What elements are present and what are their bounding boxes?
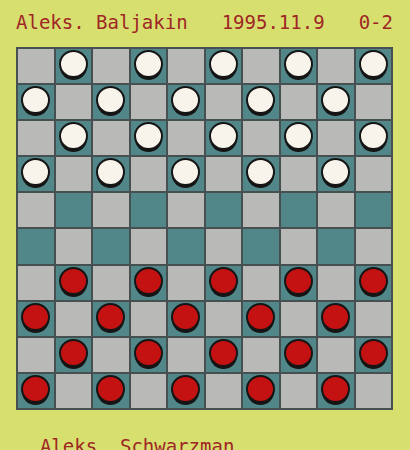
square-r9c1[interactable] [18,338,54,372]
square-r5c3[interactable] [93,193,129,227]
square-r6c3[interactable] [93,229,129,263]
red-piece[interactable] [96,303,125,331]
square-r1c6[interactable] [206,49,242,83]
white-piece[interactable] [246,86,275,114]
square-r6c4[interactable] [131,229,167,263]
white-piece[interactable] [284,122,313,150]
square-r9c3[interactable] [93,338,129,372]
square-r7c7[interactable] [243,266,279,300]
white-piece[interactable] [321,158,350,186]
square-r10c1[interactable] [18,374,54,408]
red-piece[interactable] [321,375,350,403]
square-r4c7[interactable] [243,157,279,191]
square-r1c9[interactable] [318,49,354,83]
square-r4c2[interactable] [56,157,92,191]
square-r1c8[interactable] [281,49,317,83]
red-piece[interactable] [59,267,88,295]
square-r2c1[interactable] [18,85,54,119]
white-piece[interactable] [134,50,163,78]
white-piece[interactable] [284,50,313,78]
square-r10c4[interactable] [131,374,167,408]
square-r1c1[interactable] [18,49,54,83]
square-r5c5[interactable] [168,193,204,227]
square-r4c8[interactable] [281,157,317,191]
white-piece[interactable] [134,122,163,150]
square-r3c9[interactable] [318,121,354,155]
red-piece[interactable] [246,303,275,331]
red-piece[interactable] [134,339,163,367]
square-r3c4[interactable] [131,121,167,155]
square-r6c9[interactable] [318,229,354,263]
square-r5c2[interactable] [56,193,92,227]
square-r10c6[interactable] [206,374,242,408]
red-piece[interactable] [59,339,88,367]
square-r4c5[interactable] [168,157,204,191]
red-piece[interactable] [284,339,313,367]
square-r5c10[interactable] [356,193,392,227]
square-r1c7[interactable] [243,49,279,83]
white-piece[interactable] [171,86,200,114]
square-r6c10[interactable] [356,229,392,263]
square-r7c2[interactable] [56,266,92,300]
square-r7c10[interactable] [356,266,392,300]
white-piece[interactable] [21,158,50,186]
game-date: 1995.11.9 [222,11,325,33]
square-r10c2[interactable] [56,374,92,408]
square-r1c10[interactable] [356,49,392,83]
square-r9c5[interactable] [168,338,204,372]
red-piece[interactable] [246,375,275,403]
square-r7c3[interactable] [93,266,129,300]
bottom-player-name: Aleks. Schwarzman [40,435,234,450]
square-r7c9[interactable] [318,266,354,300]
square-r2c3[interactable] [93,85,129,119]
square-r3c7[interactable] [243,121,279,155]
red-piece[interactable] [134,267,163,295]
square-r10c10[interactable] [356,374,392,408]
white-piece[interactable] [96,86,125,114]
square-r7c8[interactable] [281,266,317,300]
square-r4c4[interactable] [131,157,167,191]
white-piece[interactable] [321,86,350,114]
white-piece[interactable] [359,50,388,78]
square-r10c9[interactable] [318,374,354,408]
square-r9c10[interactable] [356,338,392,372]
square-r10c8[interactable] [281,374,317,408]
square-r8c4[interactable] [131,302,167,336]
square-r3c2[interactable] [56,121,92,155]
top-player-name: Aleks. Baljakin [16,11,188,33]
square-r3c3[interactable] [93,121,129,155]
square-r2c7[interactable] [243,85,279,119]
square-r9c4[interactable] [131,338,167,372]
square-r4c10[interactable] [356,157,392,191]
square-r5c1[interactable] [18,193,54,227]
square-r1c4[interactable] [131,49,167,83]
square-r6c8[interactable] [281,229,317,263]
footer-caption: Aleks. Schwarzman [17,413,234,450]
square-r1c2[interactable] [56,49,92,83]
white-piece[interactable] [21,86,50,114]
square-r8c5[interactable] [168,302,204,336]
square-r2c6[interactable] [206,85,242,119]
square-r9c8[interactable] [281,338,317,372]
red-piece[interactable] [171,303,200,331]
square-r5c4[interactable] [131,193,167,227]
square-r2c10[interactable] [356,85,392,119]
square-r3c10[interactable] [356,121,392,155]
square-r6c2[interactable] [56,229,92,263]
square-r3c1[interactable] [18,121,54,155]
white-piece[interactable] [96,158,125,186]
square-r4c6[interactable] [206,157,242,191]
square-r2c2[interactable] [56,85,92,119]
square-r10c5[interactable] [168,374,204,408]
red-piece[interactable] [21,375,50,403]
board [16,47,393,410]
red-piece[interactable] [209,267,238,295]
square-r5c8[interactable] [281,193,317,227]
square-r2c9[interactable] [318,85,354,119]
square-r6c1[interactable] [18,229,54,263]
red-piece[interactable] [321,303,350,331]
red-piece[interactable] [96,375,125,403]
square-r6c5[interactable] [168,229,204,263]
square-r8c3[interactable] [93,302,129,336]
square-r2c4[interactable] [131,85,167,119]
square-r9c6[interactable] [206,338,242,372]
game-result: 0-2 [359,11,393,33]
square-r8c1[interactable] [18,302,54,336]
square-r3c8[interactable] [281,121,317,155]
square-r9c7[interactable] [243,338,279,372]
square-r7c1[interactable] [18,266,54,300]
red-piece[interactable] [284,267,313,295]
square-r8c9[interactable] [318,302,354,336]
square-r1c5[interactable] [168,49,204,83]
white-piece[interactable] [246,158,275,186]
square-r5c7[interactable] [243,193,279,227]
white-piece[interactable] [171,158,200,186]
square-r8c2[interactable] [56,302,92,336]
square-r1c3[interactable] [93,49,129,83]
square-r6c7[interactable] [243,229,279,263]
square-r7c6[interactable] [206,266,242,300]
square-r6c6[interactable] [206,229,242,263]
square-r8c6[interactable] [206,302,242,336]
red-piece[interactable] [209,339,238,367]
square-r4c3[interactable] [93,157,129,191]
square-r2c8[interactable] [281,85,317,119]
red-piece[interactable] [359,339,388,367]
red-piece[interactable] [21,303,50,331]
white-piece[interactable] [59,122,88,150]
square-r3c6[interactable] [206,121,242,155]
red-piece[interactable] [359,267,388,295]
square-r7c4[interactable] [131,266,167,300]
white-piece[interactable] [59,50,88,78]
header-caption: Aleks. Baljakin 1995.11.9 0-2 [16,11,393,33]
square-r10c3[interactable] [93,374,129,408]
square-r7c5[interactable] [168,266,204,300]
square-r8c8[interactable] [281,302,317,336]
white-piece[interactable] [209,50,238,78]
square-r5c6[interactable] [206,193,242,227]
square-r9c9[interactable] [318,338,354,372]
square-r9c2[interactable] [56,338,92,372]
white-piece[interactable] [359,122,388,150]
square-r5c9[interactable] [318,193,354,227]
red-piece[interactable] [171,375,200,403]
white-piece[interactable] [209,122,238,150]
square-r4c9[interactable] [318,157,354,191]
square-r8c10[interactable] [356,302,392,336]
square-r10c7[interactable] [243,374,279,408]
square-r3c5[interactable] [168,121,204,155]
square-r8c7[interactable] [243,302,279,336]
square-r4c1[interactable] [18,157,54,191]
square-r2c5[interactable] [168,85,204,119]
